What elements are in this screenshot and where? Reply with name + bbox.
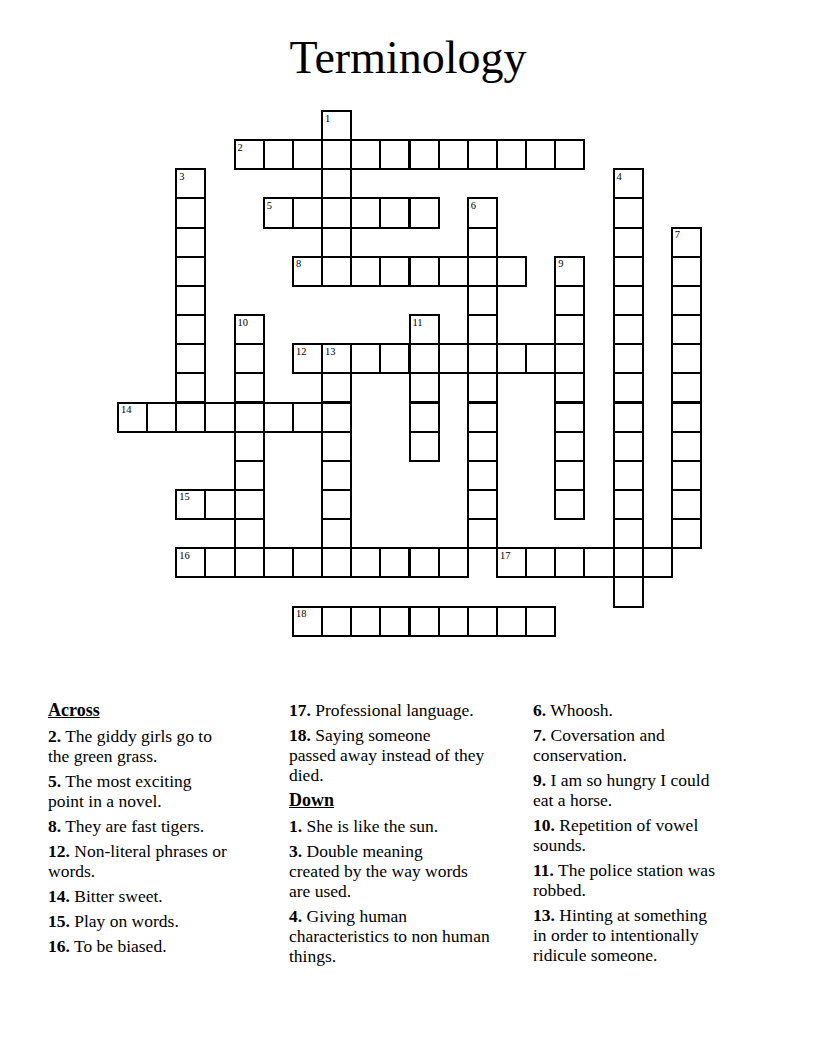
cell-number: 6 [471, 200, 476, 212]
grid-cell[interactable] [583, 547, 614, 578]
clue-A12: 12. Non-literal phrases or words. [48, 841, 270, 881]
clue-D13: 13. Hinting at something in order to int… [533, 905, 761, 965]
grid-cell[interactable] [613, 197, 644, 228]
grid-cell[interactable] [175, 402, 206, 433]
grid-cell[interactable] [467, 489, 498, 520]
clue-A2: 2. The giddy girls go to the green grass… [48, 726, 270, 766]
grid-cell[interactable] [204, 547, 235, 578]
clue-number: 10. [533, 815, 555, 835]
clue-number: 15. [48, 911, 70, 931]
grid-cell[interactable] [321, 431, 352, 462]
clue-number: 12. [48, 841, 70, 861]
cell-number: 9 [558, 258, 563, 270]
grid-cell[interactable]: 13 [321, 343, 352, 374]
cell-number: 11 [413, 317, 423, 329]
grid-cell[interactable] [613, 343, 644, 374]
clue-D3: 3. Double meaning created by the way wor… [289, 841, 533, 901]
clue-D6: 6. Whoosh. [533, 700, 761, 720]
clue-number: 3. [289, 841, 302, 861]
clue-number: 6. [533, 700, 546, 720]
grid-cell[interactable] [554, 314, 585, 345]
grid-cell[interactable]: 7 [671, 227, 702, 258]
grid-cell[interactable] [671, 489, 702, 520]
grid-cell[interactable] [175, 197, 206, 228]
grid-cell[interactable] [292, 402, 323, 433]
grid-cell[interactable] [409, 402, 440, 433]
grid-cell[interactable] [234, 431, 265, 462]
grid-cell[interactable] [292, 197, 323, 228]
grid-cell[interactable]: 6 [467, 197, 498, 228]
grid-cell[interactable] [175, 227, 206, 258]
grid-cell[interactable] [438, 343, 469, 374]
grid-cell[interactable]: 11 [409, 314, 440, 345]
grid-cell[interactable] [438, 256, 469, 287]
clue-column-2: 17. Professional language.18. Saying som… [289, 700, 533, 971]
grid-cell[interactable] [321, 547, 352, 578]
grid-cell[interactable] [671, 518, 702, 549]
clue-A18: 18. Saying someone passed away instead o… [289, 725, 533, 785]
across-header: Across [48, 700, 270, 720]
grid-cell[interactable] [613, 314, 644, 345]
grid-cell[interactable] [613, 547, 644, 578]
grid-cell[interactable] [467, 431, 498, 462]
grid-cell[interactable]: 9 [554, 256, 585, 287]
grid-cell[interactable] [496, 606, 527, 637]
grid-cell[interactable] [350, 139, 381, 170]
grid-cell[interactable]: 1 [321, 110, 352, 141]
grid-cell[interactable] [467, 227, 498, 258]
grid-cell[interactable] [321, 197, 352, 228]
grid-cell[interactable] [204, 402, 235, 433]
clue-A17: 17. Professional language. [289, 700, 533, 720]
cell-number: 12 [296, 346, 307, 358]
cell-number: 14 [121, 404, 132, 416]
grid-cell[interactable] [234, 547, 265, 578]
grid-cell[interactable] [350, 606, 381, 637]
grid-cell[interactable] [234, 343, 265, 374]
grid-cell[interactable] [175, 343, 206, 374]
clue-column-3: 6. Whoosh.7. Coversation and conservatio… [533, 700, 761, 970]
cell-number: 17 [500, 550, 511, 562]
grid-cell[interactable] [321, 256, 352, 287]
grid-cell[interactable]: 8 [292, 256, 323, 287]
grid-cell[interactable] [175, 314, 206, 345]
cell-number: 5 [267, 200, 272, 212]
grid-cell[interactable] [467, 372, 498, 403]
grid-cell[interactable] [613, 285, 644, 316]
grid-cell[interactable] [525, 547, 556, 578]
grid-cell[interactable] [496, 343, 527, 374]
grid-cell[interactable] [263, 402, 294, 433]
grid-cell[interactable]: 5 [263, 197, 294, 228]
grid-cell[interactable] [671, 314, 702, 345]
grid-cell[interactable] [467, 518, 498, 549]
cell-number: 2 [238, 142, 243, 154]
grid-cell[interactable] [525, 343, 556, 374]
grid-cell[interactable] [175, 256, 206, 287]
clue-number: 11. [533, 860, 554, 880]
grid-cell[interactable] [671, 256, 702, 287]
clue-number: 2. [48, 726, 61, 746]
grid-cell[interactable] [642, 547, 673, 578]
grid-cell[interactable] [554, 372, 585, 403]
grid-cell[interactable]: 15 [175, 489, 206, 520]
cell-number: 16 [179, 550, 190, 562]
grid-cell[interactable] [613, 576, 644, 607]
grid-cell[interactable] [613, 372, 644, 403]
grid-cell[interactable]: 10 [234, 314, 265, 345]
grid-cell[interactable] [350, 547, 381, 578]
grid-cell[interactable] [234, 518, 265, 549]
grid-cell[interactable]: 18 [292, 606, 323, 637]
grid-cell[interactable] [554, 343, 585, 374]
grid-cell[interactable] [409, 343, 440, 374]
grid-cell[interactable] [467, 343, 498, 374]
clue-D7: 7. Coversation and conservation. [533, 725, 761, 765]
grid-cell[interactable] [409, 547, 440, 578]
grid-cell[interactable] [409, 139, 440, 170]
grid-cell[interactable] [496, 256, 527, 287]
clue-number: 9. [533, 770, 546, 790]
grid-cell[interactable] [613, 431, 644, 462]
clue-number: 13. [533, 905, 555, 925]
grid-cell[interactable] [321, 227, 352, 258]
grid-cell[interactable] [321, 606, 352, 637]
grid-cell[interactable] [321, 518, 352, 549]
clue-A16: 16. To be biased. [48, 936, 270, 956]
grid-cell[interactable] [671, 402, 702, 433]
grid-cell[interactable] [234, 372, 265, 403]
grid-cell[interactable] [292, 139, 323, 170]
grid-cell[interactable]: 17 [496, 547, 527, 578]
grid-cell[interactable] [467, 460, 498, 491]
grid-cell[interactable] [409, 197, 440, 228]
grid-cell[interactable] [554, 402, 585, 433]
grid-cell[interactable] [263, 139, 294, 170]
clue-column-1: Across2. The giddy girls go to the green… [48, 700, 270, 961]
grid-cell[interactable] [613, 489, 644, 520]
down-header: Down [289, 790, 533, 810]
grid-cell[interactable] [350, 197, 381, 228]
grid-cell[interactable] [467, 402, 498, 433]
clue-number: 16. [48, 936, 70, 956]
grid-cell[interactable] [467, 314, 498, 345]
clue-A14: 14. Bitter sweet. [48, 886, 270, 906]
clue-number: 5. [48, 771, 61, 791]
grid-cell[interactable] [438, 606, 469, 637]
grid-cell[interactable]: 4 [613, 168, 644, 199]
grid-cell[interactable] [671, 285, 702, 316]
grid-cell[interactable] [379, 343, 410, 374]
clue-number: 17. [289, 700, 311, 720]
clue-number: 18. [289, 725, 311, 745]
page: Terminology 123456789101112131415161718 … [0, 0, 816, 1056]
cell-number: 10 [238, 317, 249, 329]
grid-cell[interactable] [234, 402, 265, 433]
grid-cell[interactable] [175, 285, 206, 316]
grid-cell[interactable] [321, 139, 352, 170]
grid-cell[interactable] [204, 489, 235, 520]
clue-number: 7. [533, 725, 546, 745]
grid-cell[interactable] [671, 343, 702, 374]
grid-cell[interactable] [350, 343, 381, 374]
grid-cell[interactable]: 12 [292, 343, 323, 374]
clue-number: 8. [48, 816, 61, 836]
grid-cell[interactable] [321, 402, 352, 433]
clue-A8: 8. They are fast tigers. [48, 816, 270, 836]
clue-number: 4. [289, 906, 302, 926]
clue-D11: 11. The police station was robbed. [533, 860, 761, 900]
clue-D9: 9. I am so hungry I could eat a horse. [533, 770, 761, 810]
grid-cell[interactable] [263, 547, 294, 578]
puzzle-title: Terminology [0, 32, 816, 85]
cell-number: 8 [296, 258, 301, 270]
grid-cell[interactable] [350, 256, 381, 287]
grid-cell[interactable] [379, 256, 410, 287]
grid-cell[interactable] [613, 227, 644, 258]
grid-cell[interactable] [467, 256, 498, 287]
grid-cell[interactable] [554, 460, 585, 491]
clue-D10: 10. Repetition of vowel sounds. [533, 815, 761, 855]
grid-cell[interactable] [467, 606, 498, 637]
cell-number: 15 [179, 491, 190, 503]
grid-cell[interactable] [234, 489, 265, 520]
grid-cell[interactable] [379, 606, 410, 637]
grid-cell[interactable] [671, 431, 702, 462]
clue-number: 1. [289, 816, 302, 836]
grid-cell[interactable] [321, 460, 352, 491]
grid-cell[interactable] [467, 285, 498, 316]
grid-cell[interactable]: 14 [117, 402, 148, 433]
grid-cell[interactable] [321, 489, 352, 520]
grid-cell[interactable] [175, 372, 206, 403]
cell-number: 13 [325, 346, 336, 358]
grid-cell[interactable] [613, 518, 644, 549]
grid-cell[interactable] [554, 431, 585, 462]
grid-cell[interactable] [409, 606, 440, 637]
grid-cell[interactable] [321, 168, 352, 199]
grid-cell[interactable] [671, 460, 702, 491]
grid-cell[interactable] [146, 402, 177, 433]
clue-A15: 15. Play on words. [48, 911, 270, 931]
clue-number: 14. [48, 886, 70, 906]
cell-number: 4 [617, 171, 622, 183]
grid-cell[interactable] [554, 285, 585, 316]
grid-cell[interactable] [438, 547, 469, 578]
grid-cell[interactable] [554, 489, 585, 520]
clue-D4: 4. Giving human characteristics to non h… [289, 906, 533, 966]
grid-cell[interactable] [554, 139, 585, 170]
grid-cell[interactable] [234, 460, 265, 491]
grid-cell[interactable] [467, 139, 498, 170]
grid-cell[interactable] [379, 547, 410, 578]
grid-cell[interactable] [438, 139, 469, 170]
grid-cell[interactable]: 2 [234, 139, 265, 170]
grid-cell[interactable] [613, 460, 644, 491]
grid-cell[interactable] [525, 139, 556, 170]
grid-cell[interactable] [409, 256, 440, 287]
grid-cell[interactable]: 3 [175, 168, 206, 199]
grid-cell[interactable] [496, 139, 527, 170]
grid-cell[interactable] [613, 402, 644, 433]
cell-number: 3 [179, 171, 184, 183]
grid-cell[interactable] [292, 547, 323, 578]
clue-D1: 1. She is like the sun. [289, 816, 533, 836]
grid-cell[interactable] [379, 139, 410, 170]
cell-number: 1 [325, 113, 330, 125]
cell-number: 7 [675, 229, 680, 241]
clue-A5: 5. The most exciting point in a novel. [48, 771, 270, 811]
grid-cell[interactable] [379, 197, 410, 228]
grid-cell[interactable] [671, 372, 702, 403]
cell-number: 18 [296, 608, 307, 620]
grid-cell[interactable]: 16 [175, 547, 206, 578]
grid-cell[interactable] [409, 431, 440, 462]
grid-cell[interactable] [321, 372, 352, 403]
grid-cell[interactable] [613, 256, 644, 287]
grid-cell[interactable] [525, 606, 556, 637]
grid-cell[interactable] [409, 372, 440, 403]
grid-cell[interactable] [554, 547, 585, 578]
